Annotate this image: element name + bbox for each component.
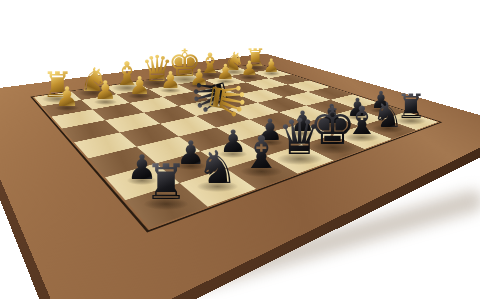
piece-gold-pawn[interactable]: ♟ — [54, 84, 81, 111]
piece-gold-pawn[interactable]: ♟ — [159, 69, 182, 92]
piece-black-bishop[interactable]: ♝ — [239, 130, 284, 175]
pieces-layer: ♜♞♝♛♚♝♞♜♟♟♟♟♟♟♟♟♟♟♟♟♟♟♟♟♜♞♝♛♚♝♞♜♛♛ — [0, 0, 480, 299]
piece-black-knight[interactable]: ♞ — [195, 145, 241, 191]
chess-set-photo: ♜♞♝♛♚♝♞♜♟♟♟♟♟♟♟♟♟♟♟♟♟♟♟♟♜♞♝♛♚♝♞♜♛♛ Stand… — [0, 0, 480, 299]
piece-gold-pawn[interactable]: ♟ — [127, 74, 152, 99]
piece-gold-pawn[interactable]: ♟ — [262, 57, 281, 76]
piece-gold-pawn[interactable]: ♟ — [92, 78, 118, 104]
piece-gold-queen[interactable]: ♛ — [200, 73, 254, 127]
piece-gold-pawn[interactable]: ♟ — [239, 59, 259, 79]
piece-black-rook[interactable]: ♜ — [142, 159, 191, 208]
